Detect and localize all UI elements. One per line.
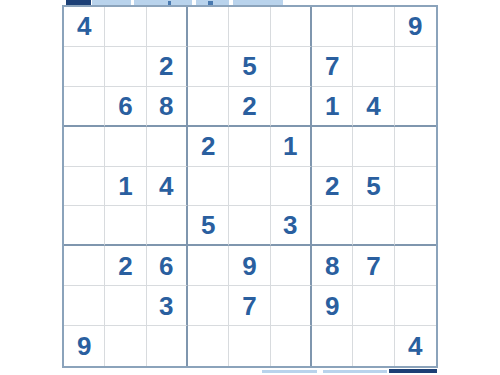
cell-r9c6[interactable] xyxy=(271,326,312,366)
cell-r9c5[interactable] xyxy=(229,326,270,366)
cell-r1c8[interactable] xyxy=(353,7,394,47)
cell-r3c2[interactable]: 6 xyxy=(105,87,146,127)
cell-r8c3[interactable]: 3 xyxy=(147,286,188,326)
cell-r8c1[interactable] xyxy=(64,286,105,326)
cell-r1c3[interactable] xyxy=(147,7,188,47)
cell-r3c6[interactable] xyxy=(271,87,312,127)
cell-r8c7[interactable]: 9 xyxy=(312,286,353,326)
cell-r2c2[interactable] xyxy=(105,47,146,87)
cell-r5c7[interactable]: 2 xyxy=(312,167,353,207)
cell-r5c3[interactable]: 4 xyxy=(147,167,188,207)
cell-r1c1[interactable]: 4 xyxy=(64,7,105,47)
cell-r3c7[interactable]: 1 xyxy=(312,87,353,127)
cell-r4c3[interactable] xyxy=(147,127,188,167)
cropped-link-underline-fragment xyxy=(389,369,437,373)
cell-r5c9[interactable] xyxy=(395,167,436,207)
cell-r2c1[interactable] xyxy=(64,47,105,87)
cell-r8c8[interactable] xyxy=(353,286,394,326)
cell-r6c6[interactable]: 3 xyxy=(271,206,312,246)
cell-r5c2[interactable]: 1 xyxy=(105,167,146,207)
cell-r2c3[interactable]: 2 xyxy=(147,47,188,87)
cell-r6c2[interactable] xyxy=(105,206,146,246)
cell-r3c5[interactable]: 2 xyxy=(229,87,270,127)
cell-r1c5[interactable] xyxy=(229,7,270,47)
cell-r1c6[interactable] xyxy=(271,7,312,47)
cell-r9c9[interactable]: 4 xyxy=(395,326,436,366)
cropped-bar-fragment xyxy=(323,370,387,373)
cell-r2c6[interactable] xyxy=(271,47,312,87)
cell-r3c3[interactable]: 8 xyxy=(147,87,188,127)
cell-r2c9[interactable] xyxy=(395,47,436,87)
cell-r8c5[interactable]: 7 xyxy=(229,286,270,326)
cell-r4c9[interactable] xyxy=(395,127,436,167)
sudoku-board: 4925768214211425532698737994 xyxy=(62,5,438,368)
cell-r6c8[interactable] xyxy=(353,206,394,246)
cell-r2c7[interactable]: 7 xyxy=(312,47,353,87)
cell-r6c1[interactable] xyxy=(64,206,105,246)
cell-r7c1[interactable] xyxy=(64,246,105,286)
cell-r1c4[interactable] xyxy=(188,7,229,47)
cell-r6c4[interactable]: 5 xyxy=(188,206,229,246)
cell-r4c1[interactable] xyxy=(64,127,105,167)
cell-r4c5[interactable] xyxy=(229,127,270,167)
cell-r2c8[interactable] xyxy=(353,47,394,87)
cell-r5c8[interactable]: 5 xyxy=(353,167,394,207)
cell-r7c8[interactable]: 7 xyxy=(353,246,394,286)
cell-r7c4[interactable] xyxy=(188,246,229,286)
cell-r4c4[interactable]: 2 xyxy=(188,127,229,167)
cell-r5c4[interactable] xyxy=(188,167,229,207)
cell-r1c9[interactable]: 9 xyxy=(395,7,436,47)
cropped-bar-fragment xyxy=(262,370,317,373)
cell-r1c7[interactable] xyxy=(312,7,353,47)
cell-r4c2[interactable] xyxy=(105,127,146,167)
cell-r5c5[interactable] xyxy=(229,167,270,207)
cell-r7c9[interactable] xyxy=(395,246,436,286)
cell-r9c4[interactable] xyxy=(188,326,229,366)
cell-r4c7[interactable] xyxy=(312,127,353,167)
cell-r5c1[interactable] xyxy=(64,167,105,207)
cell-r7c3[interactable]: 6 xyxy=(147,246,188,286)
cell-r6c5[interactable] xyxy=(229,206,270,246)
cell-r7c5[interactable]: 9 xyxy=(229,246,270,286)
cell-r9c8[interactable] xyxy=(353,326,394,366)
cell-r7c6[interactable] xyxy=(271,246,312,286)
cell-r9c3[interactable] xyxy=(147,326,188,366)
cell-r4c8[interactable] xyxy=(353,127,394,167)
cell-r8c4[interactable] xyxy=(188,286,229,326)
cell-r3c9[interactable] xyxy=(395,87,436,127)
cell-r3c8[interactable]: 4 xyxy=(353,87,394,127)
cell-r9c7[interactable] xyxy=(312,326,353,366)
cell-r3c1[interactable] xyxy=(64,87,105,127)
cell-r7c7[interactable]: 8 xyxy=(312,246,353,286)
cell-r2c4[interactable] xyxy=(188,47,229,87)
cell-r3c4[interactable] xyxy=(188,87,229,127)
cell-r4c6[interactable]: 1 xyxy=(271,127,312,167)
cell-r2c5[interactable]: 5 xyxy=(229,47,270,87)
cell-r6c3[interactable] xyxy=(147,206,188,246)
cell-r7c2[interactable]: 2 xyxy=(105,246,146,286)
cell-r8c2[interactable] xyxy=(105,286,146,326)
cell-r6c9[interactable] xyxy=(395,206,436,246)
cell-r9c1[interactable]: 9 xyxy=(64,326,105,366)
cell-r8c6[interactable] xyxy=(271,286,312,326)
cell-r1c2[interactable] xyxy=(105,7,146,47)
cell-r5c6[interactable] xyxy=(271,167,312,207)
cell-r9c2[interactable] xyxy=(105,326,146,366)
cell-r6c7[interactable] xyxy=(312,206,353,246)
cell-r8c9[interactable] xyxy=(395,286,436,326)
